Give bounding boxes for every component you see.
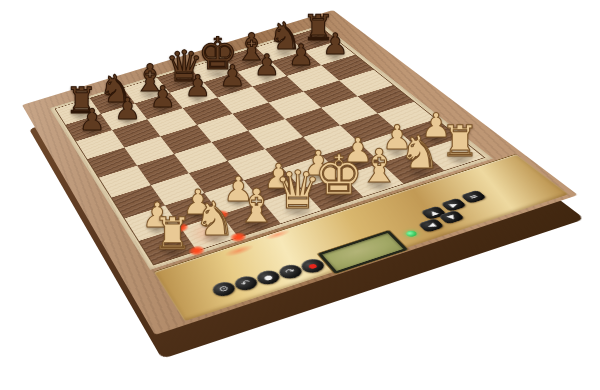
board-top-face: ⊙↶●↷●▲▶≡◀▼	[22, 10, 578, 335]
chess-computer: ⊙↶●↷●▲▶≡◀▼ ♜♞♝♛♚♝♞♜♟♟♟♟♟♟♟♟♟♟♟♟♟♟♟♟♜♞♝♛♚…	[0, 0, 600, 390]
